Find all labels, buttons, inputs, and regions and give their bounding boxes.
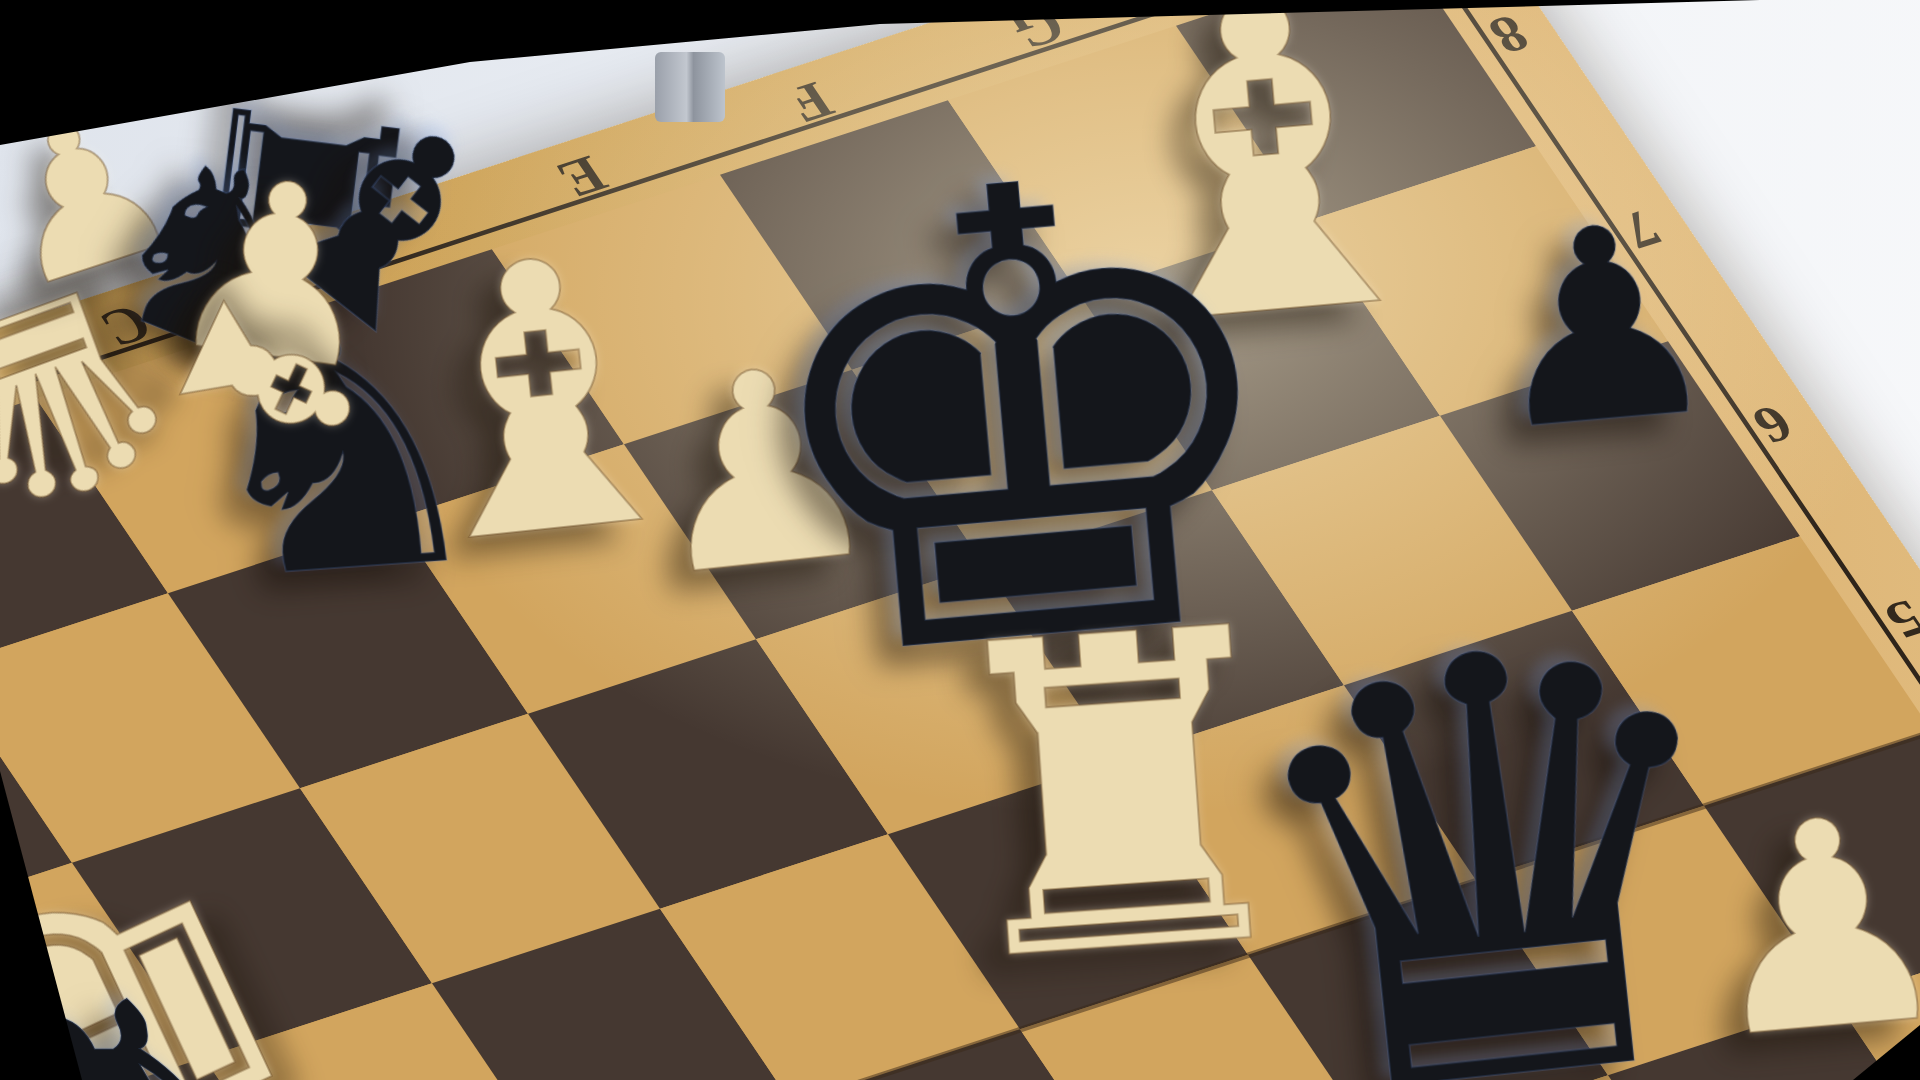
distant-object: [655, 52, 725, 122]
